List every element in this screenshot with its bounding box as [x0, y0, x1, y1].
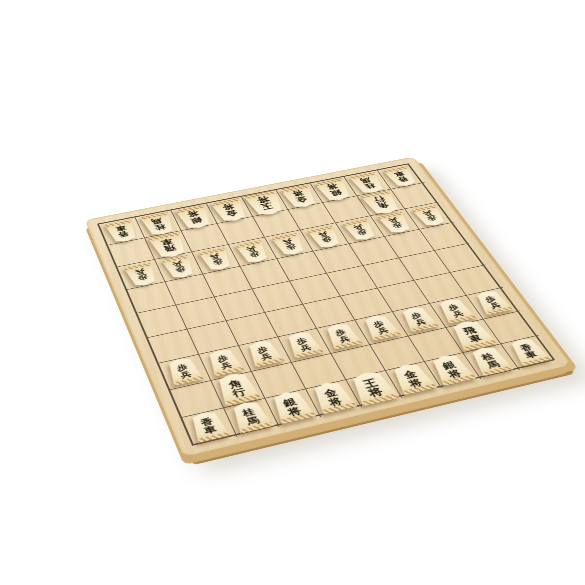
piece-kanji: 歩兵: [421, 209, 437, 221]
piece-kanji: 歩兵: [133, 267, 148, 280]
piece-kanji: 歩兵: [295, 336, 312, 351]
piece-kanji: 歩兵: [409, 311, 427, 325]
piece-kanji: 歩兵: [171, 260, 186, 273]
piece-kanji: 歩兵: [333, 328, 350, 343]
piece-kanji: 桂馬: [480, 352, 500, 369]
piece-kanji: 歩兵: [281, 237, 296, 250]
piece-kanji: 香車: [199, 416, 218, 435]
piece-kanji: 銀将: [440, 360, 462, 379]
piece-kanji: 銀将: [185, 209, 202, 223]
piece-kanji: 歩兵: [216, 354, 232, 369]
piece-kanji: 歩兵: [483, 295, 501, 309]
piece-kanji: 歩兵: [372, 319, 389, 334]
piece-kanji: 歩兵: [386, 216, 402, 228]
shogi-board: 香車桂馬銀将金将玉将金将銀将桂馬香車飛車角行歩兵歩兵歩兵歩兵歩兵歩兵歩兵歩兵歩兵…: [84, 156, 570, 456]
piece-kanji: 角行: [371, 195, 389, 209]
product-photo: 香車桂馬銀将金将玉将金将銀将桂馬香車飛車角行歩兵歩兵歩兵歩兵歩兵歩兵歩兵歩兵歩兵…: [0, 0, 585, 585]
piece-kanji: 桂馬: [241, 407, 260, 425]
piece-kanji: 桂馬: [150, 217, 165, 230]
photo-scene: 香車桂馬銀将金将玉将金将銀将桂馬香車飛車角行歩兵歩兵歩兵歩兵歩兵歩兵歩兵歩兵歩兵…: [0, 0, 585, 585]
piece-kanji: 歩兵: [446, 303, 464, 317]
piece-kanji: 銀将: [281, 396, 302, 416]
board-grid: 香車桂馬銀将金将玉将金将銀将桂馬香車飛車角行歩兵歩兵歩兵歩兵歩兵歩兵歩兵歩兵歩兵…: [97, 163, 555, 445]
piece-kanji: 歩兵: [316, 230, 332, 243]
piece-kanji: 金将: [322, 387, 343, 406]
piece-kanji: 香車: [518, 343, 539, 360]
piece-kanji: 桂馬: [358, 176, 375, 188]
piece-kanji: 香車: [113, 224, 128, 238]
piece-kanji: 歩兵: [256, 345, 273, 360]
piece-kanji: 歩兵: [208, 252, 223, 265]
piece-kanji: 金将: [220, 203, 237, 217]
piece-kanji: 歩兵: [244, 245, 259, 258]
piece-kanji: 玉将: [255, 195, 274, 210]
piece-kanji: 飛車: [461, 325, 482, 343]
piece-kanji: 歩兵: [351, 223, 367, 235]
board-surface: 香車桂馬銀将金将玉将金将銀将桂馬香車飛車角行歩兵歩兵歩兵歩兵歩兵歩兵歩兵歩兵歩兵…: [84, 156, 570, 456]
piece-kanji: 王将: [361, 377, 384, 397]
piece-kanji: 香車: [392, 170, 409, 182]
piece-kanji: 銀将: [324, 182, 342, 196]
piece-kanji: 歩兵: [175, 363, 191, 379]
piece-kanji: 金将: [401, 369, 423, 388]
piece-kanji: 飛車: [159, 237, 176, 252]
piece-kanji: 金将: [290, 189, 308, 203]
piece-kanji: 角行: [227, 378, 247, 397]
